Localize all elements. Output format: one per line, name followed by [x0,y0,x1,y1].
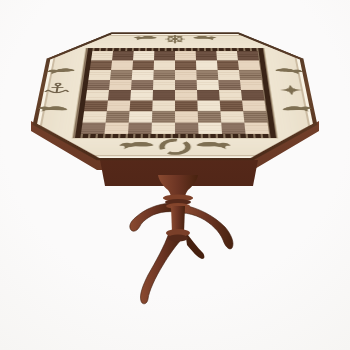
square-f7 [196,60,218,70]
square-d2 [152,111,175,122]
square-c3 [130,100,153,111]
square-d4 [153,90,175,100]
pedestal-collar-2 [168,235,188,242]
square-c2 [129,111,153,122]
square-a1 [81,123,106,135]
dolphin-icon [197,142,231,150]
square-b4 [108,90,131,100]
chessboard-frame [73,48,277,138]
square-f3 [197,100,220,111]
square-b3 [107,100,130,111]
square-b5 [109,80,132,90]
chess-table-photo [0,0,350,350]
square-h4 [241,90,264,100]
square-e5 [175,80,197,90]
square-c8 [133,51,154,60]
anchor-icon [45,83,70,93]
pedestal-front-leg [140,233,183,304]
square-c5 [131,80,153,90]
square-g1 [221,123,245,135]
square-a4 [86,90,109,100]
square-g2 [220,111,244,122]
dolphin-icon [47,68,74,75]
square-e8 [175,51,196,60]
square-b1 [104,123,128,135]
square-f4 [197,90,220,100]
square-h3 [242,100,266,111]
table-top [40,0,310,225]
square-e6 [175,70,197,80]
square-g4 [219,90,242,100]
square-b6 [110,70,132,80]
square-d5 [153,80,175,90]
square-c4 [130,90,153,100]
square-d7 [154,60,175,70]
square-a8 [91,51,113,60]
square-d3 [152,100,175,111]
compass-star-icon [279,85,303,95]
square-b2 [106,111,130,122]
fish-icon [193,36,216,40]
square-e1 [175,123,199,135]
square-c6 [132,70,154,80]
square-f2 [198,111,222,122]
dolphin-icon [119,142,153,150]
dolphin-icon [275,68,302,75]
square-a2 [83,111,107,122]
square-g7 [217,60,239,70]
square-d1 [151,123,175,135]
square-g3 [220,100,243,111]
square-e7 [175,60,196,70]
square-h2 [243,111,267,122]
square-g5 [218,80,241,90]
square-h5 [240,80,263,90]
dolphin-ring-icon [162,140,188,153]
square-g6 [218,70,240,80]
square-h1 [244,123,269,135]
square-f1 [198,123,222,135]
square-c7 [132,60,154,70]
fish-icon [134,36,157,40]
square-d8 [154,51,175,60]
square-h8 [237,51,259,60]
square-a6 [88,70,111,80]
square-a7 [90,60,112,70]
dolphin-icon [37,105,68,113]
square-h7 [238,60,260,70]
square-b8 [112,51,134,60]
square-g8 [216,51,238,60]
square-f8 [196,51,217,60]
square-e2 [175,111,198,122]
ships-wheel-icon [165,35,185,44]
square-h6 [239,70,262,80]
square-e4 [175,90,197,100]
square-d6 [153,70,175,80]
chessboard [81,51,269,134]
square-b7 [111,60,133,70]
square-f5 [197,80,219,90]
square-a3 [84,100,108,111]
square-f6 [196,70,218,80]
square-c1 [128,123,152,135]
dolphin-icon [282,105,313,113]
square-e3 [175,100,198,111]
square-a5 [87,80,110,90]
